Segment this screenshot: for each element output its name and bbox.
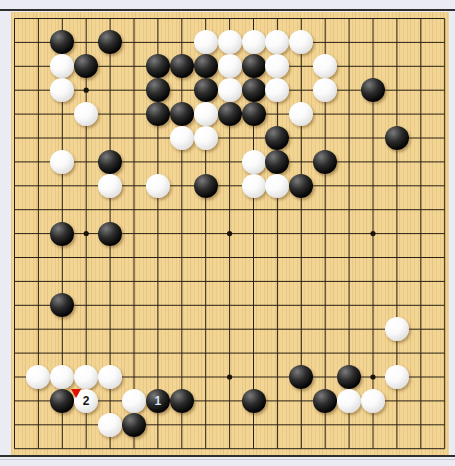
go-stone-black xyxy=(122,413,146,437)
go-stone-black xyxy=(98,150,122,174)
go-stone-black xyxy=(146,389,170,413)
go-stone-white xyxy=(194,126,218,150)
go-stone-black xyxy=(194,54,218,78)
go-stone-white xyxy=(337,389,361,413)
go-stone-white xyxy=(194,102,218,126)
go-stone-black xyxy=(242,389,266,413)
go-stone-white xyxy=(170,126,194,150)
go-stone-white xyxy=(385,317,409,341)
go-stone-white xyxy=(194,30,218,54)
go-stone-white xyxy=(218,30,242,54)
go-stone-black xyxy=(98,222,122,246)
go-stone-white xyxy=(385,365,409,389)
go-stone-white xyxy=(218,54,242,78)
go-stone-black xyxy=(242,102,266,126)
go-stone-white xyxy=(361,389,385,413)
go-stone-black xyxy=(313,389,337,413)
go-stone-black xyxy=(170,54,194,78)
board-top-frame xyxy=(0,9,455,11)
go-stone-black xyxy=(194,78,218,102)
go-stone-black xyxy=(337,365,361,389)
go-board[interactable]: 12 xyxy=(11,12,449,455)
go-stone-black xyxy=(385,126,409,150)
go-stone-black xyxy=(146,78,170,102)
go-stone-black xyxy=(218,102,242,126)
board-bottom-frame xyxy=(0,455,455,457)
go-stone-white xyxy=(98,174,122,198)
go-stone-white xyxy=(74,365,98,389)
go-stone-black xyxy=(289,174,313,198)
go-stone-black xyxy=(50,222,74,246)
red-triangle-marker xyxy=(71,389,81,398)
go-stone-white xyxy=(122,389,146,413)
go-stone-white xyxy=(98,365,122,389)
go-stone-black xyxy=(242,78,266,102)
go-stone-white xyxy=(218,78,242,102)
board-bottom-shadow xyxy=(0,459,455,460)
go-stone-white xyxy=(146,174,170,198)
app-window: 12 xyxy=(0,0,455,466)
star-point xyxy=(370,374,375,379)
go-stone-black xyxy=(146,102,170,126)
go-stone-black xyxy=(170,102,194,126)
star-point xyxy=(370,231,375,236)
go-stone-black xyxy=(194,174,218,198)
go-stone-black xyxy=(361,78,385,102)
star-point xyxy=(84,231,89,236)
star-point xyxy=(84,88,89,93)
go-stone-white xyxy=(242,150,266,174)
star-point xyxy=(227,231,232,236)
go-stone-white xyxy=(242,174,266,198)
go-stone-white xyxy=(98,413,122,437)
go-stone-white xyxy=(242,30,266,54)
go-stone-black xyxy=(313,150,337,174)
go-stone-black xyxy=(242,54,266,78)
star-point xyxy=(227,374,232,379)
go-stone-black xyxy=(170,389,194,413)
